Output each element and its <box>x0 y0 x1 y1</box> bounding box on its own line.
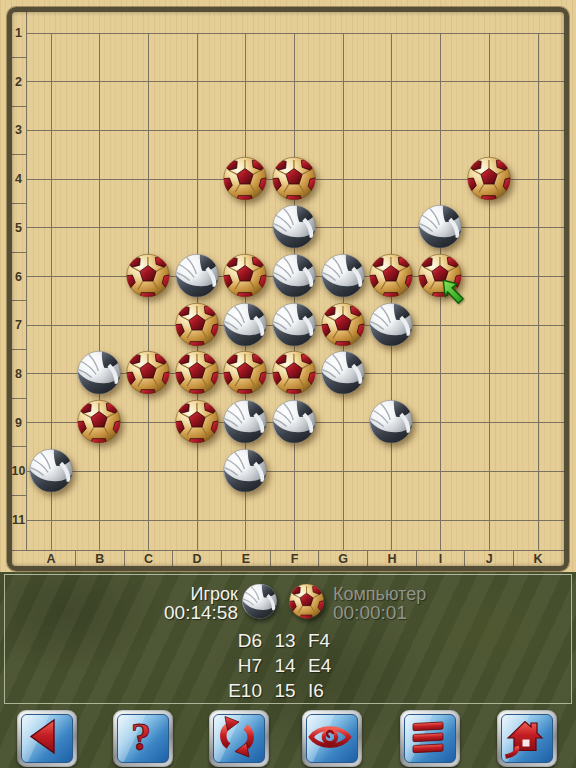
home-icon <box>501 713 549 761</box>
move-number: 14 <box>262 655 308 680</box>
player-label: Игрок <box>191 585 238 603</box>
home-button[interactable] <box>497 710 557 767</box>
move-player: D6 <box>192 630 262 655</box>
back-arrow-icon <box>21 713 69 761</box>
computer-soccerball-icon <box>288 583 326 621</box>
menu-button[interactable] <box>400 710 460 767</box>
gomoku-board[interactable]: 1234567891011ABCDEFGHIJK <box>0 0 576 572</box>
svg-text:?: ? <box>131 714 151 759</box>
move-number: 15 <box>262 680 308 705</box>
question-mark-icon: ? <box>117 713 165 761</box>
board-frame <box>7 7 569 571</box>
control-panel: Игрок 00:14:58 Компьютер 00:00:01 D6 13 … <box>0 572 576 768</box>
move-computer: E4 <box>308 655 378 680</box>
eye-icon <box>306 713 354 761</box>
player-clock: 00:14:58 <box>164 603 238 623</box>
help-button[interactable]: ? <box>113 710 173 767</box>
move-player: H7 <box>192 655 262 680</box>
computer-label: Компьютер <box>333 585 426 603</box>
last-move-cursor-arrow <box>442 279 473 314</box>
restart-arrows-icon <box>213 713 261 761</box>
menu-bars-icon <box>404 713 452 761</box>
back-button[interactable] <box>17 710 77 767</box>
move-computer: I6 <box>308 680 378 705</box>
game-screen: 1234567891011ABCDEFGHIJK <box>0 0 576 768</box>
restart-button[interactable] <box>209 710 269 767</box>
computer-clock: 00:00:01 <box>333 603 407 623</box>
player-volleyball-icon <box>241 583 279 621</box>
move-player: E10 <box>192 680 262 705</box>
hint-button[interactable] <box>302 710 362 767</box>
move-number: 13 <box>262 630 308 655</box>
move-history: D6 13 F4 H7 14 E4 E10 15 I6 <box>192 630 378 705</box>
move-computer: F4 <box>308 630 378 655</box>
